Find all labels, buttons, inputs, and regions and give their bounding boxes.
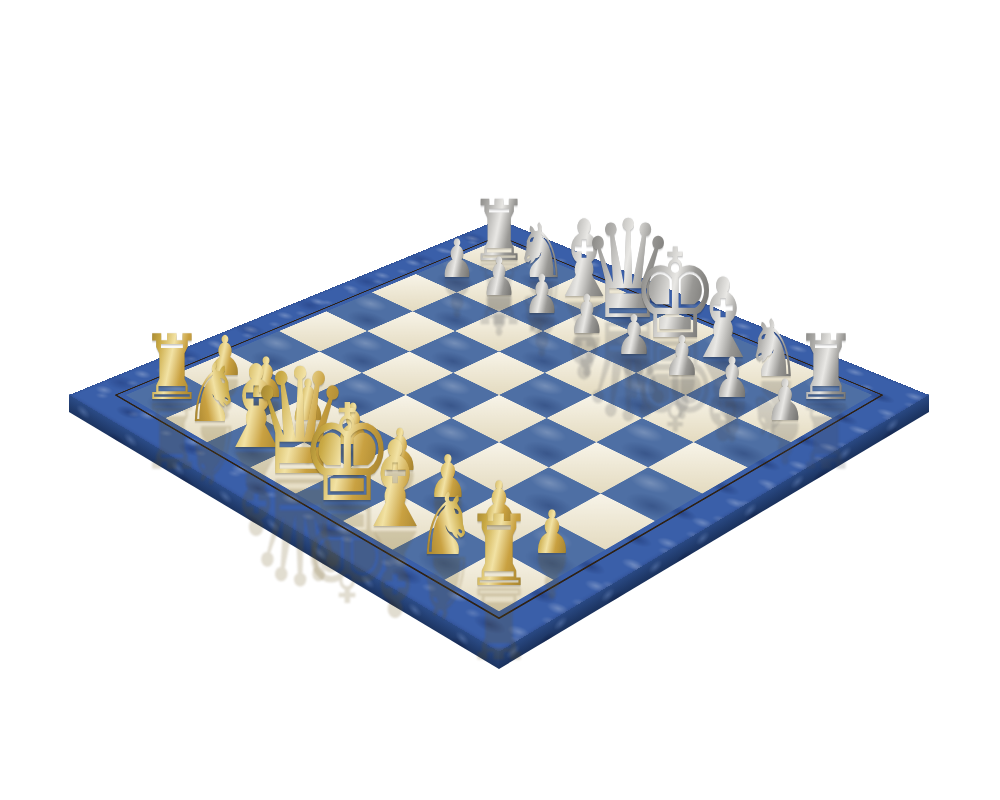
chess-board	[69, 220, 929, 652]
board-inlay-line	[114, 235, 883, 619]
chess-board-scene	[0, 0, 1000, 800]
board-frame	[69, 220, 929, 652]
board-grid	[126, 239, 873, 611]
product-photo: ♜♜♞♞♝♝♛♛♚♚♝♝♞♞♜♜♟♟♟♟♟♟♟♟♟♟♟♟♟♟♟♟♟♟♟♟♟♟♟♟…	[0, 0, 1000, 800]
